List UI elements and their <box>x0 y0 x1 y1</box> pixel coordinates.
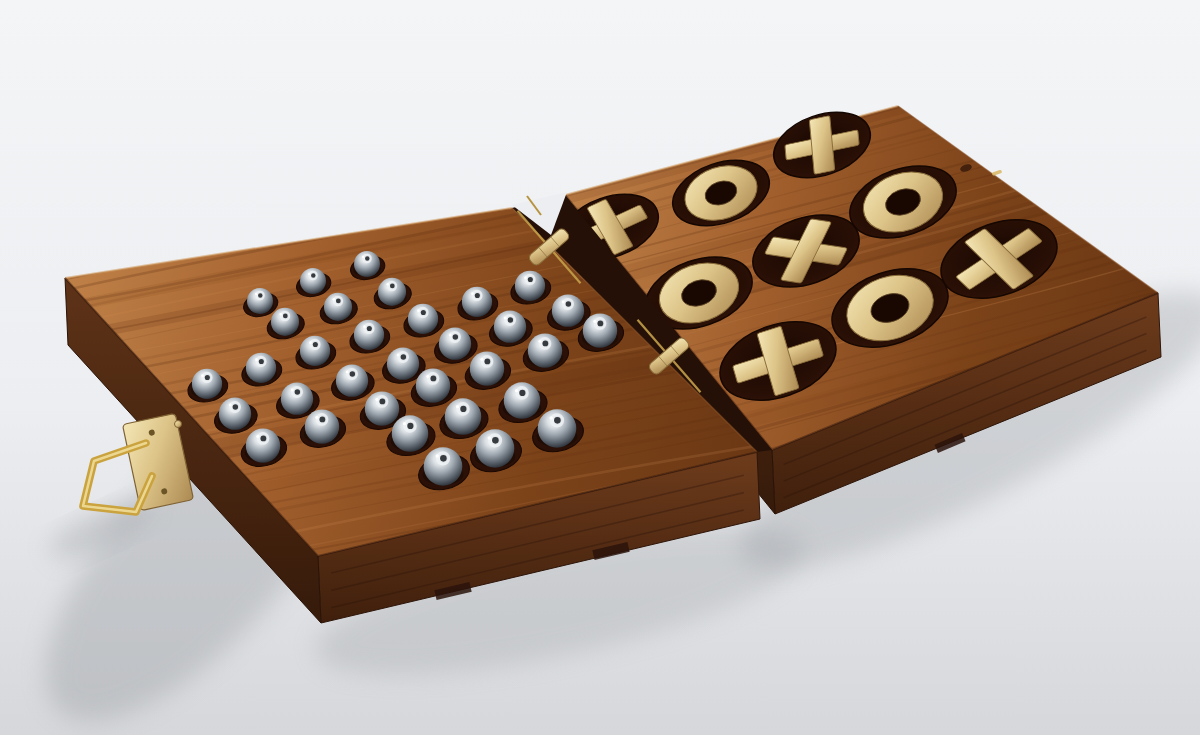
peg-ball-r5c3[interactable] <box>445 398 482 435</box>
peg-ball-r4c4[interactable] <box>470 351 504 385</box>
peg-ball-r3c6[interactable] <box>552 295 584 327</box>
photo-stage <box>0 0 1200 735</box>
latch-pin <box>175 421 182 428</box>
peg-ball-r4c6[interactable] <box>583 313 617 347</box>
peg-ball-r3c5[interactable] <box>494 311 526 343</box>
peg-ball-r2c2[interactable] <box>300 336 330 366</box>
peg-ball-r5c2[interactable] <box>392 415 429 452</box>
peg-ball-r3c1[interactable] <box>281 383 313 415</box>
peg-ball-r4c2[interactable] <box>365 391 399 425</box>
peg-ball-r2c5[interactable] <box>462 287 492 317</box>
peg-ball-r4c3[interactable] <box>416 368 450 402</box>
peg-ball-r3c3[interactable] <box>387 348 419 380</box>
peg-ball-r2c0[interactable] <box>192 369 222 399</box>
peg-ball-r2c6[interactable] <box>515 271 545 301</box>
peg-ball-r4c0[interactable] <box>246 428 280 462</box>
peg-ball-r3c2[interactable] <box>336 365 368 397</box>
peg-ball-r0c4[interactable] <box>354 251 380 277</box>
peg-ball-r2c1[interactable] <box>246 353 276 383</box>
peg-ball-r6c3[interactable] <box>476 429 515 468</box>
peg-ball-r1c2[interactable] <box>271 308 299 336</box>
peg-ball-r3c4[interactable] <box>439 328 471 360</box>
peg-ball-r0c2[interactable] <box>247 288 273 314</box>
peg-ball-r2c3[interactable] <box>354 320 384 350</box>
peg-ball-r6c4[interactable] <box>538 409 577 448</box>
peg-ball-r0c3[interactable] <box>300 268 326 294</box>
peg-ball-r5c4[interactable] <box>504 382 541 419</box>
peg-ball-r2c4[interactable] <box>408 304 438 334</box>
peg-ball-r4c5[interactable] <box>528 333 562 367</box>
peg-ball-r1c4[interactable] <box>378 278 406 306</box>
peg-ball-r1c3[interactable] <box>324 293 352 321</box>
peg-ball-r6c2[interactable] <box>424 447 463 486</box>
peg-ball-r3c0[interactable] <box>219 398 251 430</box>
peg-ball-r4c1[interactable] <box>305 409 339 443</box>
game-box-photo <box>0 0 1200 735</box>
